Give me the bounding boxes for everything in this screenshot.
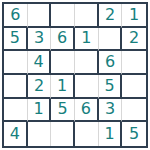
given-cell-r1c5: 2 (99, 4, 123, 28)
given-cell-r5c5: 3 (99, 99, 123, 123)
given-cell-r3c5: 6 (99, 51, 123, 75)
empty-cell-r6c2[interactable] (28, 122, 52, 146)
given-cell-r2c1: 5 (4, 28, 28, 52)
given-cell-r4c2: 2 (28, 75, 52, 99)
empty-cell-r1c2[interactable] (28, 4, 52, 28)
empty-cell-r6c3[interactable] (51, 122, 75, 146)
given-cell-r2c4: 1 (75, 28, 99, 52)
given-cell-r5c4: 6 (75, 99, 99, 123)
given-cell-r5c2: 1 (28, 99, 52, 123)
given-cell-r1c1: 6 (4, 4, 28, 28)
given-cell-r6c6: 5 (122, 122, 146, 146)
empty-cell-r3c3[interactable] (51, 51, 75, 75)
empty-cell-r5c1[interactable] (4, 99, 28, 123)
given-cell-r6c5: 1 (99, 122, 123, 146)
empty-cell-r1c4[interactable] (75, 4, 99, 28)
given-cell-r2c6: 2 (122, 28, 146, 52)
empty-cell-r3c4[interactable] (75, 51, 99, 75)
empty-cell-r3c1[interactable] (4, 51, 28, 75)
given-cell-r2c3: 6 (51, 28, 75, 52)
empty-cell-r3c6[interactable] (122, 51, 146, 75)
given-cell-r2c2: 3 (28, 28, 52, 52)
empty-cell-r2c5[interactable] (99, 28, 123, 52)
empty-cell-r5c6[interactable] (122, 99, 146, 123)
given-cell-r6c1: 4 (4, 122, 28, 146)
given-cell-r5c3: 5 (51, 99, 75, 123)
given-cell-r1c6: 1 (122, 4, 146, 28)
given-cell-r3c2: 4 (28, 51, 52, 75)
empty-cell-r4c1[interactable] (4, 75, 28, 99)
given-cell-r4c3: 1 (51, 75, 75, 99)
empty-cell-r6c4[interactable] (75, 122, 99, 146)
empty-cell-r4c4[interactable] (75, 75, 99, 99)
given-cell-r4c5: 5 (99, 75, 123, 99)
puzzle-board: 62153612462151563415 (2, 2, 148, 148)
empty-cell-r1c3[interactable] (51, 4, 75, 28)
empty-cell-r4c6[interactable] (122, 75, 146, 99)
